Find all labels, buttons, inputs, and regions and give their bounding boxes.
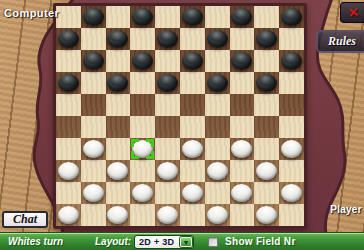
board-square[interactable] — [155, 94, 180, 116]
board-square[interactable] — [254, 50, 279, 72]
board-square[interactable] — [56, 72, 81, 94]
black-piece[interactable] — [182, 52, 203, 70]
board-square[interactable] — [230, 28, 255, 50]
white-piece[interactable] — [207, 162, 228, 180]
board-square[interactable] — [205, 72, 230, 94]
board-square[interactable] — [180, 182, 205, 204]
board-square[interactable] — [56, 204, 81, 226]
board-square[interactable] — [130, 204, 155, 226]
board-square[interactable] — [180, 138, 205, 160]
black-piece[interactable] — [58, 74, 79, 92]
board-square[interactable] — [106, 6, 131, 28]
board-square[interactable] — [56, 28, 81, 50]
board-square[interactable] — [56, 182, 81, 204]
board-square[interactable] — [205, 94, 230, 116]
board-square[interactable] — [130, 160, 155, 182]
black-piece[interactable] — [231, 52, 252, 70]
board-square[interactable] — [279, 72, 304, 94]
board-square[interactable] — [279, 138, 304, 160]
board-square[interactable] — [230, 204, 255, 226]
layout-label: Layout: — [95, 236, 131, 247]
board-square[interactable] — [205, 50, 230, 72]
board-square[interactable] — [254, 160, 279, 182]
board-square[interactable] — [279, 116, 304, 138]
board-square[interactable] — [56, 6, 81, 28]
white-piece[interactable] — [132, 184, 153, 202]
app-window: Computer Player ✕ Rules Chat Whites turn… — [0, 0, 364, 250]
board-square[interactable] — [180, 50, 205, 72]
board-square[interactable] — [205, 204, 230, 226]
board-square[interactable] — [155, 72, 180, 94]
board-square[interactable] — [279, 50, 304, 72]
board-square[interactable] — [130, 94, 155, 116]
board-square[interactable] — [81, 182, 106, 204]
white-piece[interactable] — [58, 206, 79, 224]
board-square[interactable] — [254, 94, 279, 116]
board-square[interactable] — [205, 138, 230, 160]
board-square[interactable] — [180, 160, 205, 182]
board-square[interactable] — [254, 138, 279, 160]
layout-dropdown-value: 2D + 3D — [135, 237, 174, 247]
show-field-checkbox[interactable] — [208, 237, 218, 247]
board-square[interactable] — [205, 182, 230, 204]
board-square[interactable] — [81, 28, 106, 50]
white-piece[interactable] — [231, 184, 252, 202]
board-square[interactable] — [106, 182, 131, 204]
white-piece[interactable] — [207, 206, 228, 224]
board-square[interactable] — [106, 28, 131, 50]
board-square[interactable] — [130, 138, 155, 160]
selection-marker — [130, 138, 155, 160]
white-piece[interactable] — [281, 184, 302, 202]
black-piece[interactable] — [107, 30, 128, 48]
black-piece[interactable] — [132, 52, 153, 70]
board-square[interactable] — [205, 160, 230, 182]
board-square[interactable] — [106, 72, 131, 94]
black-piece[interactable] — [182, 8, 203, 26]
board-square[interactable] — [155, 50, 180, 72]
black-piece[interactable] — [281, 8, 302, 26]
board-square[interactable] — [130, 28, 155, 50]
chat-button[interactable]: Chat — [2, 211, 48, 228]
board-square[interactable] — [254, 28, 279, 50]
white-piece[interactable] — [182, 184, 203, 202]
white-piece[interactable] — [157, 206, 178, 224]
board-square[interactable] — [81, 138, 106, 160]
dropdown-arrow-button[interactable]: ▼ — [180, 237, 192, 247]
board-square[interactable] — [106, 94, 131, 116]
board — [53, 3, 307, 229]
white-piece[interactable] — [231, 140, 252, 158]
white-piece[interactable] — [58, 162, 79, 180]
rules-button-label: Rules — [328, 34, 356, 49]
board-square[interactable] — [130, 50, 155, 72]
board-square[interactable] — [230, 182, 255, 204]
white-piece[interactable] — [107, 162, 128, 180]
layout-dropdown[interactable]: 2D + 3D ▼ — [134, 235, 194, 249]
board-square[interactable] — [155, 160, 180, 182]
black-piece[interactable] — [157, 30, 178, 48]
black-piece[interactable] — [107, 74, 128, 92]
black-piece[interactable] — [132, 8, 153, 26]
show-field-label: Show Field Nr — [225, 236, 296, 247]
board-square[interactable] — [279, 94, 304, 116]
board-square[interactable] — [106, 116, 131, 138]
board-square[interactable] — [56, 50, 81, 72]
board-square[interactable] — [230, 160, 255, 182]
player-label: Player — [330, 203, 362, 215]
board-square[interactable] — [230, 50, 255, 72]
board-square[interactable] — [254, 204, 279, 226]
black-piece[interactable] — [83, 52, 104, 70]
board-square[interactable] — [155, 28, 180, 50]
board-square[interactable] — [279, 28, 304, 50]
black-piece[interactable] — [256, 74, 277, 92]
board-square[interactable] — [130, 182, 155, 204]
turn-status-text: Whites turn — [8, 236, 63, 247]
black-piece[interactable] — [207, 74, 228, 92]
board-square[interactable] — [230, 94, 255, 116]
white-piece[interactable] — [107, 206, 128, 224]
close-icon: ✕ — [347, 5, 359, 19]
board-square[interactable] — [205, 116, 230, 138]
board-square[interactable] — [81, 204, 106, 226]
white-piece[interactable] — [182, 140, 203, 158]
board-square[interactable] — [56, 138, 81, 160]
board-square[interactable] — [81, 50, 106, 72]
white-piece[interactable] — [256, 206, 277, 224]
close-button[interactable]: ✕ — [340, 2, 364, 23]
board-square[interactable] — [56, 160, 81, 182]
board-square[interactable] — [155, 204, 180, 226]
board-square[interactable] — [279, 182, 304, 204]
black-piece[interactable] — [256, 30, 277, 48]
board-square[interactable] — [130, 72, 155, 94]
board-square[interactable] — [279, 6, 304, 28]
board-square[interactable] — [254, 182, 279, 204]
board-square[interactable] — [180, 72, 205, 94]
board-square[interactable] — [81, 94, 106, 116]
board-square[interactable] — [180, 94, 205, 116]
board-square[interactable] — [81, 160, 106, 182]
white-piece[interactable] — [157, 162, 178, 180]
board-square[interactable] — [106, 138, 131, 160]
white-piece[interactable] — [83, 140, 104, 158]
board-square[interactable] — [81, 6, 106, 28]
board-square[interactable] — [130, 116, 155, 138]
board-square[interactable] — [205, 6, 230, 28]
board-square[interactable] — [81, 116, 106, 138]
board-square[interactable] — [180, 204, 205, 226]
board-square[interactable] — [279, 204, 304, 226]
board-square[interactable] — [180, 28, 205, 50]
board-square[interactable] — [180, 6, 205, 28]
board-square[interactable] — [254, 72, 279, 94]
board-square[interactable] — [155, 116, 180, 138]
board-square[interactable] — [254, 6, 279, 28]
white-piece[interactable] — [256, 162, 277, 180]
board-square[interactable] — [155, 6, 180, 28]
board-square[interactable] — [56, 116, 81, 138]
board-square[interactable] — [230, 6, 255, 28]
board-square[interactable] — [279, 160, 304, 182]
board-square[interactable] — [130, 6, 155, 28]
white-piece[interactable] — [83, 184, 104, 202]
chat-button-label: Chat — [13, 212, 37, 227]
rules-button[interactable]: Rules — [316, 30, 364, 53]
board-square[interactable] — [230, 138, 255, 160]
black-piece[interactable] — [83, 8, 104, 26]
black-piece[interactable] — [231, 8, 252, 26]
board-square[interactable] — [155, 182, 180, 204]
status-bar: Whites turn Layout: 2D + 3D ▼ Show Field… — [0, 232, 364, 250]
board-square[interactable] — [81, 72, 106, 94]
black-piece[interactable] — [207, 30, 228, 48]
computer-label: Computer — [4, 7, 59, 19]
board-square[interactable] — [230, 116, 255, 138]
black-piece[interactable] — [157, 74, 178, 92]
white-piece[interactable] — [281, 140, 302, 158]
chevron-down-icon: ▼ — [183, 238, 190, 245]
board-square[interactable] — [106, 50, 131, 72]
board-square[interactable] — [254, 116, 279, 138]
black-piece[interactable] — [58, 30, 79, 48]
board-square[interactable] — [106, 204, 131, 226]
board-square[interactable] — [155, 138, 180, 160]
board-square[interactable] — [230, 72, 255, 94]
board-square[interactable] — [180, 116, 205, 138]
board-square[interactable] — [56, 94, 81, 116]
board-square[interactable] — [205, 28, 230, 50]
board-square[interactable] — [106, 160, 131, 182]
black-piece[interactable] — [281, 52, 302, 70]
